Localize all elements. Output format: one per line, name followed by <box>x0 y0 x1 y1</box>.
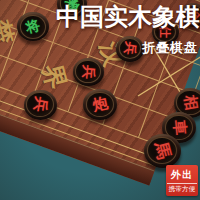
xiangqi-piece-兵: 兵 <box>116 36 144 62</box>
piece-face: 炮 <box>86 92 114 118</box>
badge-line1: 外出 <box>167 168 197 184</box>
piece-character: 兵 <box>122 41 137 56</box>
xiangqi-piece-馬: 馬 <box>144 134 181 168</box>
badge-line2: 携带方便 <box>167 185 197 194</box>
piece-character: 馬 <box>152 140 173 161</box>
xiangqi-piece-炮: 炮 <box>83 89 117 120</box>
xiangqi-piece-兵: 兵 <box>24 90 57 120</box>
piece-face: 兵 <box>26 92 53 117</box>
feature-badge: 外出 携带方便 <box>166 165 198 197</box>
piece-character: 炮 <box>91 96 109 114</box>
xiangqi-piece-兵: 兵 <box>73 58 104 87</box>
product-title: 中国实木象棋 <box>56 1 200 33</box>
piece-face: 兵 <box>119 38 142 59</box>
piece-face: 馬 <box>147 137 177 165</box>
piece-character: 兵 <box>31 96 48 113</box>
piece-character: 相 <box>181 94 198 111</box>
product-photo: 汉界楚 将象相仕兵兵兵炮相車馬 中国实木象棋 折叠棋盘 外出 携带方便 <box>0 0 200 200</box>
piece-face: 将 <box>20 15 46 39</box>
piece-character: 兵 <box>80 64 95 79</box>
piece-character: 将 <box>24 18 41 35</box>
product-subtitle: 折叠棋盘 <box>142 39 198 57</box>
piece-character: 車 <box>171 119 187 135</box>
piece-face: 兵 <box>75 60 100 83</box>
